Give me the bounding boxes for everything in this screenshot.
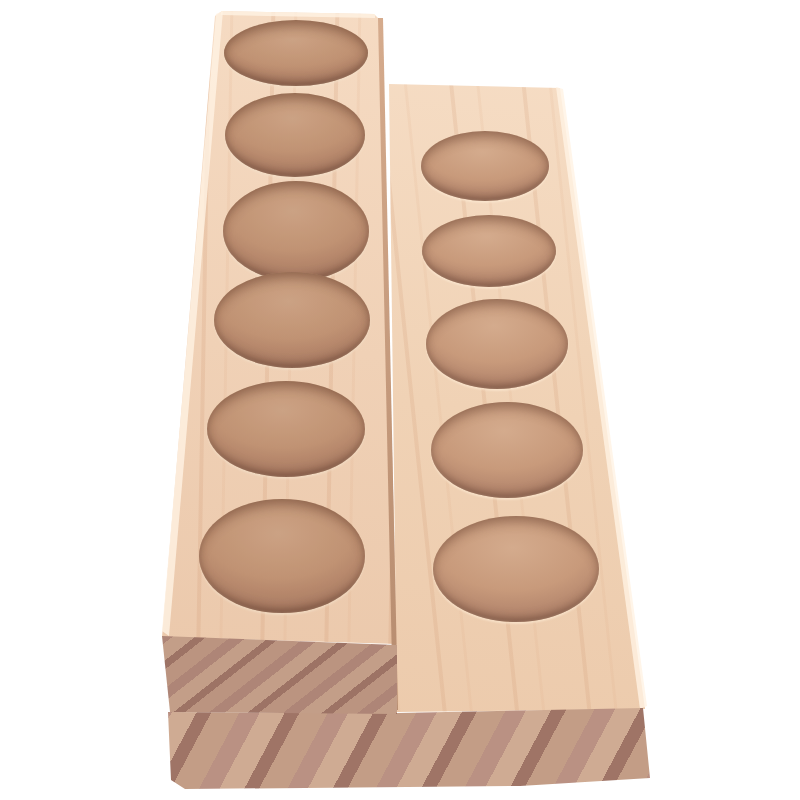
low-tier-hole-5 (433, 516, 599, 622)
low-tier-hole-4 (431, 402, 583, 498)
tall-tier-hole-2 (225, 93, 365, 177)
tall-tier-hole-3 (223, 181, 369, 281)
low-tier-top-face (0, 0, 800, 800)
low-tier-hole-1 (421, 131, 549, 201)
wooden-two-tier-hole-rack-photo (0, 0, 800, 800)
tall-tier-hole-5 (207, 381, 365, 477)
tall-tier-hole-6 (199, 499, 365, 613)
low-tier-hole-3 (426, 299, 568, 389)
tall-tier-hole-1 (224, 20, 368, 86)
tall-tier-hole-4 (214, 272, 370, 368)
low-tier-hole-2 (422, 215, 556, 287)
